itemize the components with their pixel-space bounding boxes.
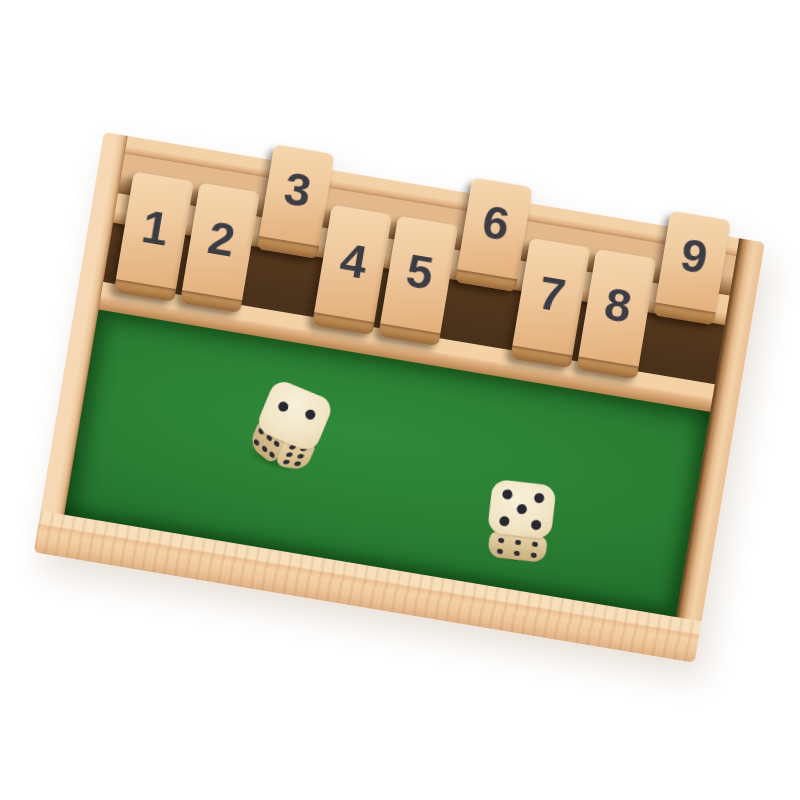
pip xyxy=(273,440,280,449)
tile-4-number: 4 xyxy=(337,235,371,286)
pip xyxy=(282,460,290,466)
tile-8-number: 8 xyxy=(601,279,635,330)
pip xyxy=(304,408,317,421)
pip xyxy=(531,552,538,558)
pip xyxy=(286,452,294,458)
tile-2-number: 2 xyxy=(205,213,239,264)
tile-1-number: 1 xyxy=(139,202,173,253)
pip xyxy=(253,438,260,447)
tile-7-number: 7 xyxy=(535,268,569,319)
shut-the-box-board: 1 2 3 4 5 6 7 8 xyxy=(34,132,765,663)
pip xyxy=(498,537,505,543)
pip xyxy=(277,400,290,413)
pip xyxy=(515,539,522,545)
tile-6-number: 6 xyxy=(479,197,513,248)
pip xyxy=(514,550,521,556)
pip xyxy=(531,519,542,530)
tile-9-number: 9 xyxy=(677,230,711,281)
tile-3-number: 3 xyxy=(281,164,315,215)
pip xyxy=(496,548,503,554)
pip xyxy=(268,451,275,460)
die-2[interactable] xyxy=(484,479,556,564)
pip xyxy=(296,454,304,460)
pip xyxy=(499,515,510,526)
pip xyxy=(293,461,301,467)
photo-background: 1 2 3 4 5 6 7 8 xyxy=(0,0,800,800)
pip xyxy=(261,445,268,454)
pip xyxy=(516,504,527,515)
pip xyxy=(502,488,513,499)
pip xyxy=(532,541,539,547)
pip xyxy=(534,492,545,503)
die-2-top-face xyxy=(487,479,557,540)
tile-5-number: 5 xyxy=(403,246,437,297)
